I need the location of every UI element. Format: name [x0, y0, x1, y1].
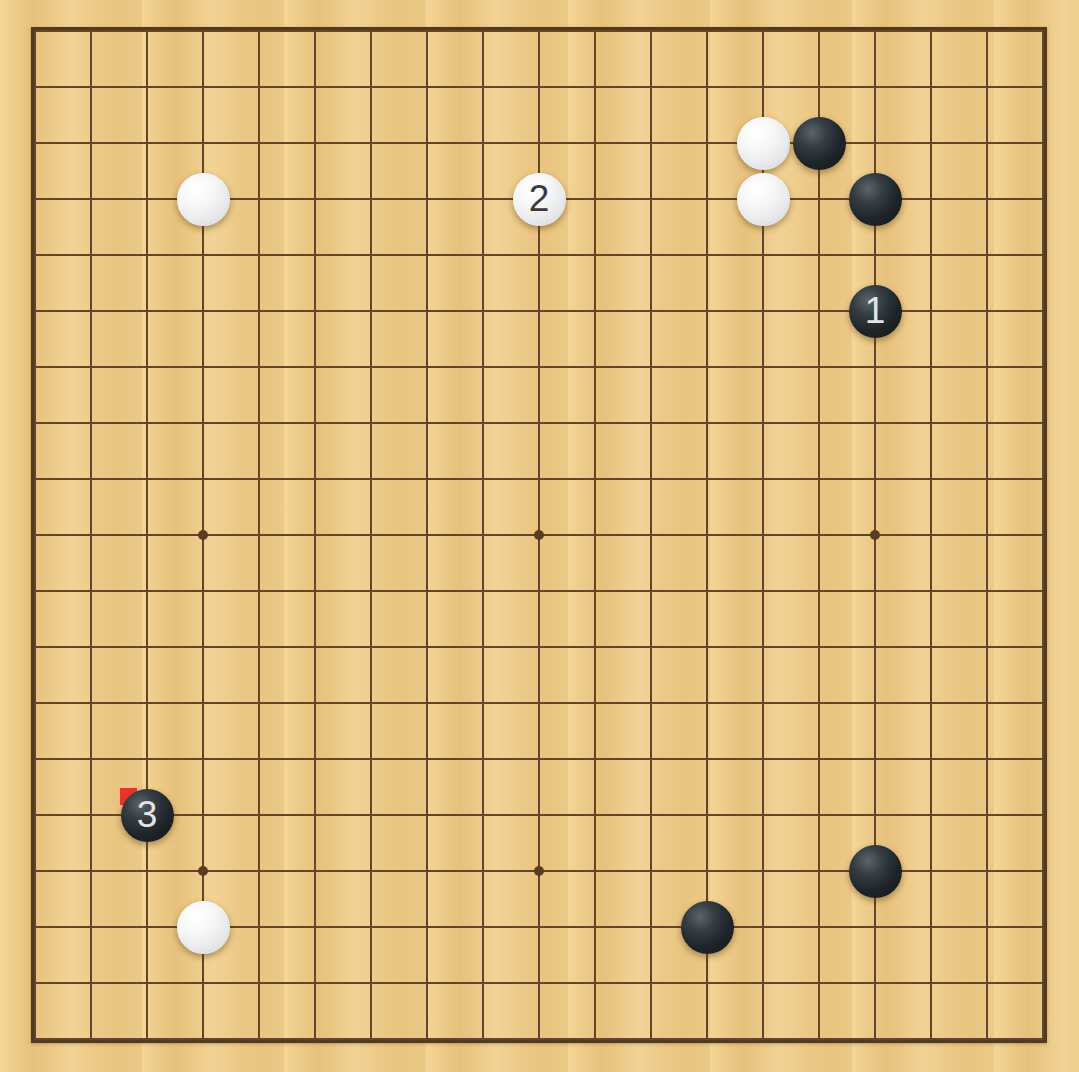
star-point — [175, 843, 231, 899]
intersection-K16[interactable]: 2 — [511, 171, 567, 227]
stone-P17[interactable] — [793, 117, 846, 170]
star-point — [847, 507, 903, 563]
stone-Q14[interactable]: 1 — [849, 285, 902, 338]
intersection-Q16[interactable] — [847, 171, 903, 227]
intersection-Q4[interactable] — [847, 843, 903, 899]
star-point-dot — [534, 866, 544, 876]
stone-N3[interactable] — [681, 901, 734, 954]
intersection-P17[interactable] — [791, 115, 847, 171]
stone-C5[interactable]: 3 — [121, 789, 174, 842]
move-number-label: 2 — [529, 180, 550, 217]
stone-K16[interactable]: 2 — [513, 173, 566, 226]
star-point — [175, 507, 231, 563]
board-grid[interactable]: 213 — [7, 3, 1071, 1067]
stone-D16[interactable] — [177, 173, 230, 226]
stone-Q16[interactable] — [849, 173, 902, 226]
intersection-C5[interactable]: 3 — [119, 787, 175, 843]
star-point-dot — [534, 530, 544, 540]
intersection-O17[interactable] — [735, 115, 791, 171]
stone-O16[interactable] — [737, 173, 790, 226]
star-point-dot — [198, 866, 208, 876]
go-board[interactable]: 213 — [0, 0, 1079, 1072]
intersection-D16[interactable] — [175, 171, 231, 227]
intersection-N3[interactable] — [679, 899, 735, 955]
stone-D3[interactable] — [177, 901, 230, 954]
intersection-O16[interactable] — [735, 171, 791, 227]
star-point — [511, 507, 567, 563]
stone-Q4[interactable] — [849, 845, 902, 898]
stone-O17[interactable] — [737, 117, 790, 170]
star-point-dot — [870, 530, 880, 540]
intersection-D3[interactable] — [175, 899, 231, 955]
move-number-label: 1 — [865, 292, 886, 329]
star-point-dot — [198, 530, 208, 540]
intersection-Q14[interactable]: 1 — [847, 283, 903, 339]
move-number-label: 3 — [137, 796, 158, 833]
star-point — [511, 843, 567, 899]
